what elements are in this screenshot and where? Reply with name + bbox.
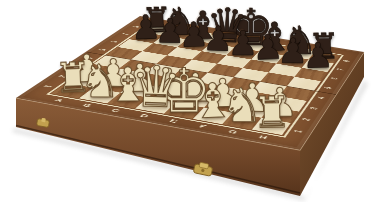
rank-label-left-6: 6 xyxy=(109,40,119,43)
rank-label-right-7: 7 xyxy=(336,68,346,71)
rank-label-left-1: 1 xyxy=(42,84,54,88)
rank-label-right-1: 1 xyxy=(293,129,305,133)
piece-white-bishop-f1[interactable]: ♝ xyxy=(191,76,235,125)
piece-white-knight-b1[interactable]: ♞ xyxy=(79,58,121,104)
rank-label-left-7: 7 xyxy=(120,32,130,35)
rank-label-right-2: 2 xyxy=(301,117,312,121)
rank-label-right-8: 8 xyxy=(342,60,351,63)
piece-black-pawn-d7[interactable]: ♟ xyxy=(203,22,234,57)
rank-label-right-4: 4 xyxy=(316,96,327,99)
piece-white-queen-d1[interactable]: ♛ xyxy=(129,58,182,116)
chess-set-photo: ABCDEFGH1122334455667788 ♜♞♝♛♚♝♞♜♟♟♟♟♟♟♟… xyxy=(0,0,376,202)
piece-white-rook-h1[interactable]: ♜ xyxy=(252,91,291,135)
piece-black-pawn-b7[interactable]: ♟ xyxy=(155,14,186,48)
piece-black-pawn-f7[interactable]: ♟ xyxy=(252,30,284,65)
piece-black-pawn-h7[interactable]: ♟ xyxy=(302,38,334,73)
rank-label-right-3: 3 xyxy=(309,106,320,110)
rank-label-right-5: 5 xyxy=(323,86,333,89)
rank-label-right-6: 6 xyxy=(330,77,340,80)
